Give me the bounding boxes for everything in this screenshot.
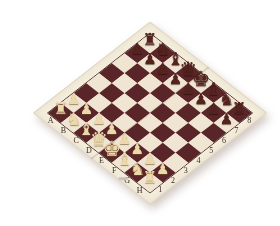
- chessboard: ♜♞♝♛♚♝♞♜♟♟♟♟♟♟♟♟♟♟♟♟♟♟♟♟♜♞♝♛♚♝♞♜ ABCDEFG…: [33, 21, 268, 204]
- rank-label-1: 1: [155, 181, 166, 199]
- file-label-h: H: [131, 185, 149, 196]
- rank-label-3: 3: [180, 162, 191, 180]
- rank-label-2: 2: [167, 172, 178, 190]
- rank-label-4: 4: [193, 152, 204, 170]
- brand-stamp: [119, 177, 128, 180]
- rank-label-7: 7: [231, 122, 242, 140]
- rank-label-5: 5: [206, 142, 217, 160]
- chess-set-photo: ♜♞♝♛♚♝♞♜♟♟♟♟♟♟♟♟♟♟♟♟♟♟♟♟♜♞♝♛♚♝♞♜ ABCDEFG…: [0, 0, 280, 226]
- piece-black-rook: ♜: [141, 31, 159, 49]
- rank-label-8: 8: [244, 112, 255, 130]
- rank-label-6: 6: [218, 132, 229, 150]
